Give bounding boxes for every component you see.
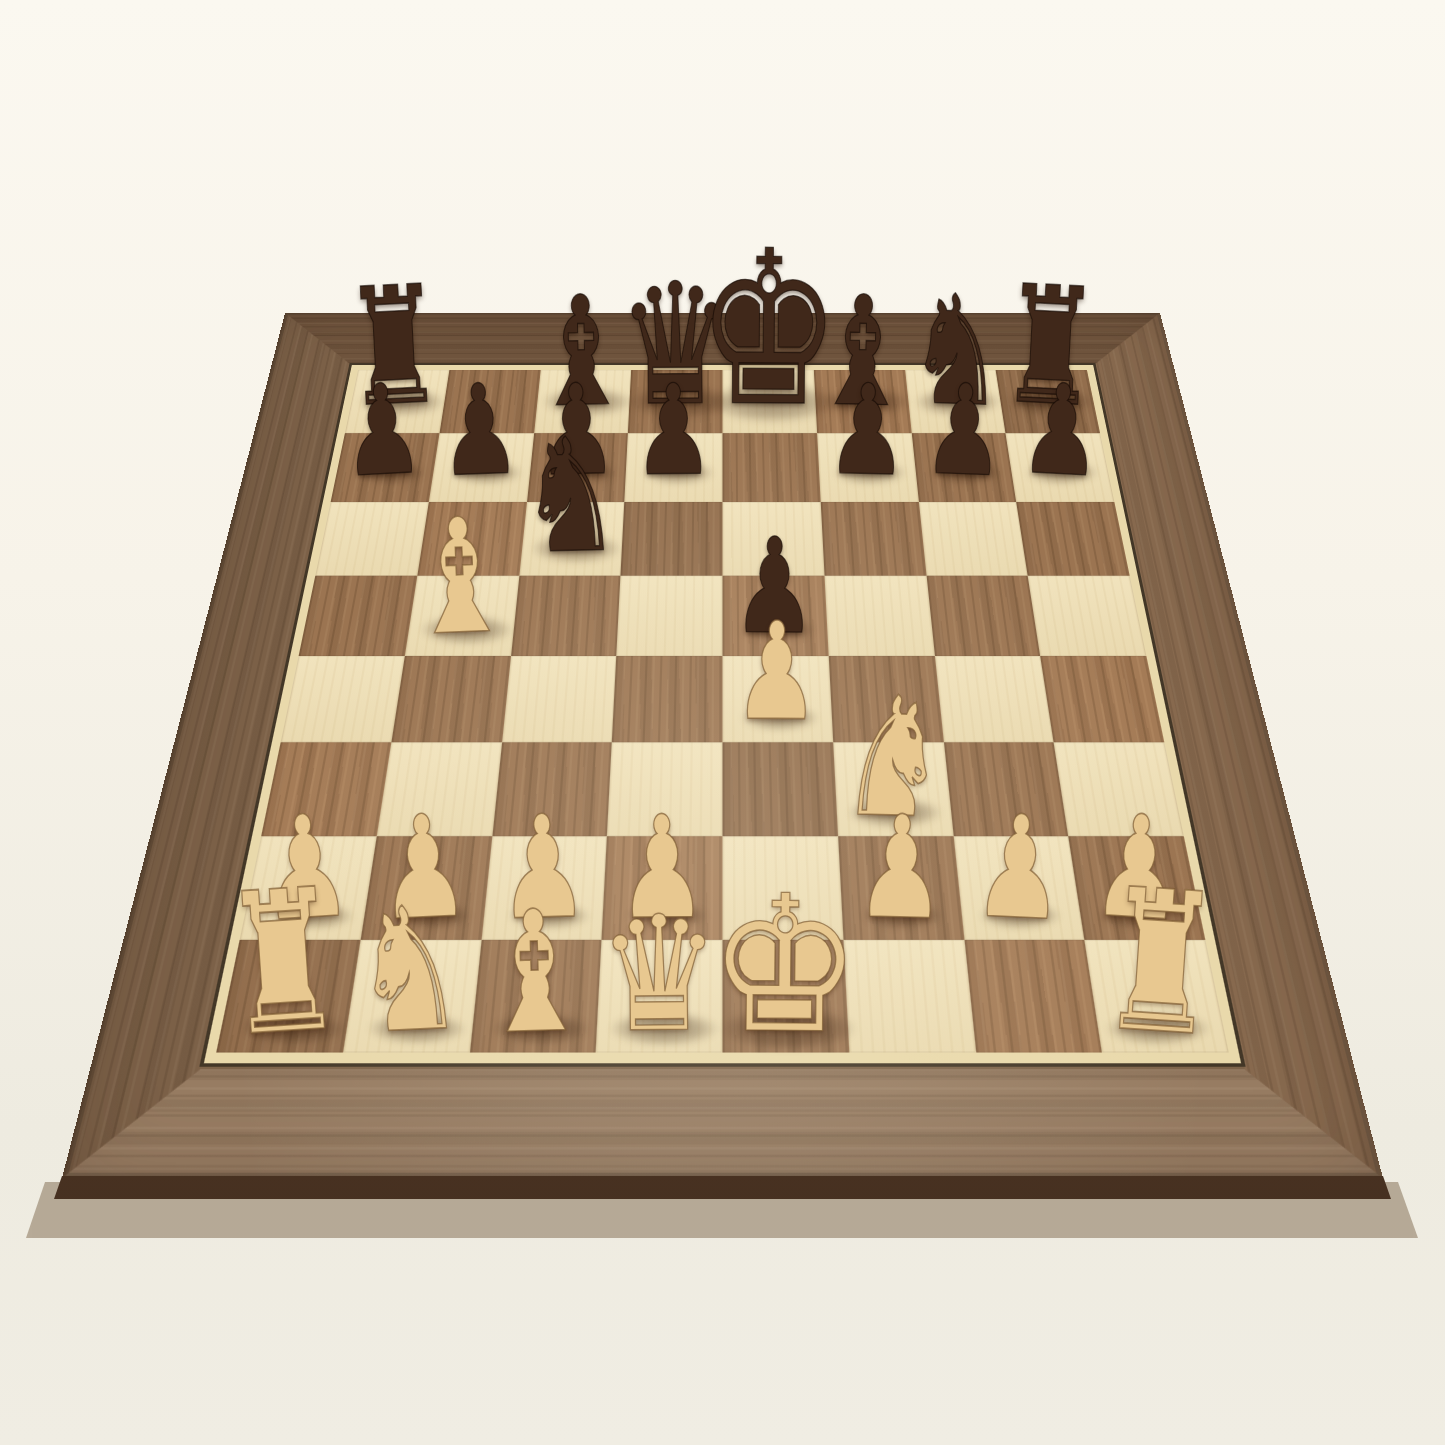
square-f8[interactable] <box>814 370 912 434</box>
square-a7[interactable] <box>331 434 440 502</box>
square-d7[interactable] <box>625 434 723 502</box>
square-a8[interactable] <box>345 370 449 434</box>
square-b8[interactable] <box>439 370 540 434</box>
square-h8[interactable] <box>996 370 1100 434</box>
square-a4[interactable] <box>281 656 405 743</box>
square-a5[interactable] <box>299 576 417 656</box>
square-a3[interactable] <box>261 742 391 836</box>
square-f7[interactable] <box>817 434 919 502</box>
square-b1[interactable] <box>343 940 481 1053</box>
square-e6[interactable] <box>722 502 824 576</box>
square-f2[interactable] <box>838 836 964 939</box>
square-b6[interactable] <box>417 502 526 576</box>
board-squares <box>216 370 1229 1053</box>
square-e5[interactable] <box>722 576 828 656</box>
square-d6[interactable] <box>621 502 723 576</box>
square-h3[interactable] <box>1054 742 1184 836</box>
square-c7[interactable] <box>527 434 629 502</box>
square-b7[interactable] <box>429 434 534 502</box>
square-c5[interactable] <box>511 576 621 656</box>
square-g7[interactable] <box>911 434 1016 502</box>
square-b5[interactable] <box>405 576 519 656</box>
square-h6[interactable] <box>1016 502 1129 576</box>
square-g5[interactable] <box>926 576 1040 656</box>
square-h5[interactable] <box>1028 576 1146 656</box>
square-c1[interactable] <box>469 940 601 1053</box>
square-e1[interactable] <box>722 940 849 1053</box>
square-a6[interactable] <box>315 502 428 576</box>
square-d1[interactable] <box>596 940 723 1053</box>
square-e8[interactable] <box>722 370 816 434</box>
square-d2[interactable] <box>602 836 723 939</box>
square-g1[interactable] <box>964 940 1102 1053</box>
square-f3[interactable] <box>833 742 953 836</box>
square-h4[interactable] <box>1040 656 1164 743</box>
square-b3[interactable] <box>376 742 501 836</box>
square-c8[interactable] <box>534 370 632 434</box>
square-b2[interactable] <box>360 836 491 939</box>
square-c3[interactable] <box>492 742 612 836</box>
square-e3[interactable] <box>722 742 837 836</box>
square-h2[interactable] <box>1069 836 1206 939</box>
square-g2[interactable] <box>953 836 1084 939</box>
square-g8[interactable] <box>905 370 1006 434</box>
square-b4[interactable] <box>391 656 510 743</box>
square-h7[interactable] <box>1006 434 1115 502</box>
chess-board <box>62 313 1383 1178</box>
square-a2[interactable] <box>240 836 377 939</box>
square-a1[interactable] <box>216 940 360 1053</box>
chessboard-scene: ♜♝♛♚♝♞♜♟♟♟♟♟♟♟♞♝♟♟♞♟♟♟♟♟♟♟♜♞♝♛♚♜ <box>0 0 1445 1445</box>
square-d4[interactable] <box>612 656 722 743</box>
square-c6[interactable] <box>519 502 625 576</box>
square-e7[interactable] <box>722 434 820 502</box>
square-e4[interactable] <box>722 656 832 743</box>
square-g6[interactable] <box>918 502 1027 576</box>
square-f5[interactable] <box>824 576 934 656</box>
square-f6[interactable] <box>820 502 926 576</box>
square-d3[interactable] <box>607 742 722 836</box>
square-c4[interactable] <box>502 656 617 743</box>
square-d5[interactable] <box>617 576 723 656</box>
square-h1[interactable] <box>1085 940 1229 1053</box>
square-d8[interactable] <box>628 370 722 434</box>
square-e2[interactable] <box>722 836 843 939</box>
square-g3[interactable] <box>943 742 1068 836</box>
square-c2[interactable] <box>481 836 607 939</box>
square-f1[interactable] <box>843 940 975 1053</box>
square-g4[interactable] <box>934 656 1053 743</box>
square-f4[interactable] <box>828 656 943 743</box>
